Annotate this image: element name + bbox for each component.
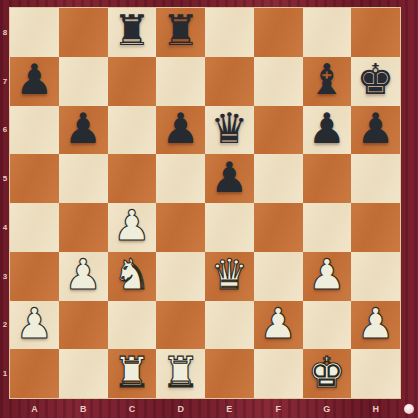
piece-black-pawn[interactable]: ♟	[16, 59, 54, 101]
square-e1[interactable]	[205, 349, 254, 398]
file-label-b: B	[59, 401, 108, 417]
square-h4[interactable]	[351, 203, 400, 252]
square-d8[interactable]: ♜	[156, 8, 205, 57]
square-c6[interactable]	[108, 106, 157, 155]
square-a4[interactable]	[10, 203, 59, 252]
square-b1[interactable]	[59, 349, 108, 398]
square-d4[interactable]	[156, 203, 205, 252]
piece-white-pawn[interactable]: ♟	[64, 254, 102, 296]
piece-white-rook[interactable]: ♜	[162, 352, 200, 394]
piece-black-queen[interactable]: ♛	[211, 108, 249, 150]
square-b8[interactable]	[59, 8, 108, 57]
square-e7[interactable]	[205, 57, 254, 106]
square-h2[interactable]: ♟	[351, 301, 400, 350]
square-f7[interactable]	[254, 57, 303, 106]
rank-label-8: 8	[0, 8, 10, 57]
square-c8[interactable]: ♜	[108, 8, 157, 57]
square-g3[interactable]: ♟	[303, 252, 352, 301]
square-a2[interactable]: ♟	[10, 301, 59, 350]
square-f5[interactable]	[254, 154, 303, 203]
square-c1[interactable]: ♜	[108, 349, 157, 398]
rank-label-2: 2	[0, 301, 10, 350]
piece-white-knight[interactable]: ♞	[113, 254, 151, 296]
square-c3[interactable]: ♞	[108, 252, 157, 301]
square-d7[interactable]	[156, 57, 205, 106]
file-label-c: C	[108, 401, 157, 417]
square-g7[interactable]: ♝	[303, 57, 352, 106]
square-d1[interactable]: ♜	[156, 349, 205, 398]
square-e3[interactable]: ♛	[205, 252, 254, 301]
square-b3[interactable]: ♟	[59, 252, 108, 301]
square-f2[interactable]: ♟	[254, 301, 303, 350]
file-label-e: E	[205, 401, 254, 417]
square-b5[interactable]	[59, 154, 108, 203]
piece-black-pawn[interactable]: ♟	[308, 108, 346, 150]
square-f3[interactable]	[254, 252, 303, 301]
square-c2[interactable]	[108, 301, 157, 350]
square-g5[interactable]	[303, 154, 352, 203]
square-e4[interactable]	[205, 203, 254, 252]
piece-white-rook[interactable]: ♜	[113, 352, 151, 394]
piece-black-pawn[interactable]: ♟	[64, 108, 102, 150]
square-g2[interactable]	[303, 301, 352, 350]
square-f6[interactable]	[254, 106, 303, 155]
square-e2[interactable]	[205, 301, 254, 350]
file-label-g: G	[303, 401, 352, 417]
square-f8[interactable]	[254, 8, 303, 57]
square-a1[interactable]	[10, 349, 59, 398]
piece-white-pawn[interactable]: ♟	[259, 303, 297, 345]
square-h1[interactable]	[351, 349, 400, 398]
square-b6[interactable]: ♟	[59, 106, 108, 155]
square-c7[interactable]	[108, 57, 157, 106]
square-e8[interactable]	[205, 8, 254, 57]
square-c4[interactable]: ♟	[108, 203, 157, 252]
square-h7[interactable]: ♚	[351, 57, 400, 106]
piece-white-pawn[interactable]: ♟	[113, 205, 151, 247]
square-g1[interactable]: ♚	[303, 349, 352, 398]
piece-black-pawn[interactable]: ♟	[211, 157, 249, 199]
square-b7[interactable]	[59, 57, 108, 106]
piece-white-pawn[interactable]: ♟	[16, 303, 54, 345]
square-a5[interactable]	[10, 154, 59, 203]
file-label-d: D	[156, 401, 205, 417]
square-g6[interactable]: ♟	[303, 106, 352, 155]
square-b4[interactable]	[59, 203, 108, 252]
square-d5[interactable]	[156, 154, 205, 203]
square-a3[interactable]	[10, 252, 59, 301]
square-g4[interactable]	[303, 203, 352, 252]
square-h3[interactable]	[351, 252, 400, 301]
square-h5[interactable]	[351, 154, 400, 203]
piece-black-rook[interactable]: ♜	[113, 10, 151, 52]
square-e5[interactable]: ♟	[205, 154, 254, 203]
rank-label-1: 1	[0, 349, 10, 398]
square-d6[interactable]: ♟	[156, 106, 205, 155]
rank-label-6: 6	[0, 106, 10, 155]
piece-black-rook[interactable]: ♜	[162, 10, 200, 52]
white-to-move-indicator	[404, 404, 414, 414]
piece-black-king[interactable]: ♚	[357, 59, 395, 101]
square-f4[interactable]	[254, 203, 303, 252]
piece-black-pawn[interactable]: ♟	[162, 108, 200, 150]
piece-black-bishop[interactable]: ♝	[308, 59, 346, 101]
piece-white-pawn[interactable]: ♟	[308, 254, 346, 296]
file-label-h: H	[351, 401, 400, 417]
chess-board: ♜♜♟♝♚♟♟♛♟♟♟♟♟♞♛♟♟♟♟♜♜♚	[10, 8, 400, 398]
square-f1[interactable]	[254, 349, 303, 398]
square-b2[interactable]	[59, 301, 108, 350]
square-h6[interactable]: ♟	[351, 106, 400, 155]
piece-black-pawn[interactable]: ♟	[357, 108, 395, 150]
square-e6[interactable]: ♛	[205, 106, 254, 155]
square-d3[interactable]	[156, 252, 205, 301]
board-frame: ♜♜♟♝♚♟♟♛♟♟♟♟♟♞♛♟♟♟♟♜♜♚ 87654321ABCDEFGH	[0, 0, 418, 418]
square-a7[interactable]: ♟	[10, 57, 59, 106]
rank-label-5: 5	[0, 154, 10, 203]
piece-white-pawn[interactable]: ♟	[357, 303, 395, 345]
square-a8[interactable]	[10, 8, 59, 57]
rank-label-3: 3	[0, 252, 10, 301]
square-g8[interactable]	[303, 8, 352, 57]
square-a6[interactable]	[10, 106, 59, 155]
piece-white-king[interactable]: ♚	[308, 352, 346, 394]
file-label-a: A	[10, 401, 59, 417]
rank-label-4: 4	[0, 203, 10, 252]
piece-white-queen[interactable]: ♛	[211, 254, 249, 296]
square-d2[interactable]	[156, 301, 205, 350]
rank-label-7: 7	[0, 57, 10, 106]
square-c5[interactable]	[108, 154, 157, 203]
square-h8[interactable]	[351, 8, 400, 57]
file-label-f: F	[254, 401, 303, 417]
